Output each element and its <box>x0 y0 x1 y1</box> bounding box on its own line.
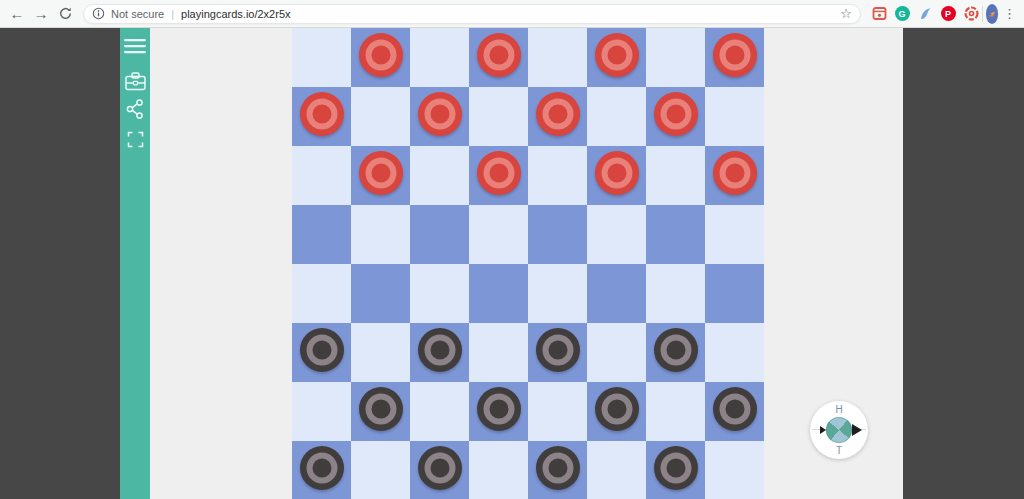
toolbar-divider <box>982 6 983 22</box>
checker-ring <box>306 99 337 130</box>
board-square-r3c8 <box>705 146 764 205</box>
share-button[interactable] <box>120 99 150 119</box>
extensions-area: G P <box>871 6 979 22</box>
board-square-r1c3 <box>410 28 469 87</box>
red-checker-piece[interactable] <box>654 92 698 136</box>
board-square-r3c4 <box>469 146 528 205</box>
back-arrow-icon: ← <box>10 5 25 22</box>
tails-label: T <box>810 445 868 456</box>
red-target-extension-icon[interactable] <box>963 6 979 22</box>
board-square-r3c1 <box>292 146 351 205</box>
black-checker-piece[interactable] <box>418 446 462 490</box>
board-square-r5c6 <box>587 264 646 323</box>
board-square-r7c4 <box>469 382 528 441</box>
board-square-r6c6 <box>587 323 646 382</box>
fullscreen-button[interactable] <box>120 131 150 148</box>
board-square-r5c7 <box>646 264 705 323</box>
red-checker-piece[interactable] <box>359 151 403 195</box>
board-square-r1c5 <box>528 28 587 87</box>
board-square-r6c1 <box>292 323 351 382</box>
board-square-r2c3 <box>410 87 469 146</box>
board-square-r6c2 <box>351 323 410 382</box>
refresh-icon <box>59 7 72 20</box>
black-checker-piece[interactable] <box>654 328 698 372</box>
board-square-r6c7 <box>646 323 705 382</box>
checker-ring <box>365 40 396 71</box>
checker-ring <box>542 335 573 366</box>
black-checker-piece[interactable] <box>418 328 462 372</box>
board-square-r1c2 <box>351 28 410 87</box>
orange-bird-icon <box>986 4 998 24</box>
red-checker-piece[interactable] <box>477 151 521 195</box>
board-square-r2c5 <box>528 87 587 146</box>
board-square-r2c6 <box>587 87 646 146</box>
black-checker-piece[interactable] <box>300 328 344 372</box>
red-checker-piece[interactable] <box>418 92 462 136</box>
back-button[interactable]: ← <box>5 2 29 26</box>
board-square-r1c4 <box>469 28 528 87</box>
hamburger-menu-button[interactable] <box>120 39 150 54</box>
board-square-r4c6 <box>587 205 646 264</box>
refresh-button[interactable] <box>53 2 77 26</box>
board-square-r5c5 <box>528 264 587 323</box>
red-checker-piece[interactable] <box>713 151 757 195</box>
board-square-r4c5 <box>528 205 587 264</box>
board-square-r5c2 <box>351 264 410 323</box>
board-square-r3c6 <box>587 146 646 205</box>
board-square-r6c8 <box>705 323 764 382</box>
browser-menu-icon[interactable]: ⋮ <box>1003 6 1016 21</box>
board-square-r5c8 <box>705 264 764 323</box>
pinterest-letter: P <box>941 6 956 21</box>
checker-ring <box>719 394 750 425</box>
checker-ring <box>542 99 573 130</box>
bookmark-star-icon[interactable]: ☆ <box>840 6 852 21</box>
board-square-r6c3 <box>410 323 469 382</box>
briefcase-icon <box>125 72 146 91</box>
board-square-r7c8 <box>705 382 764 441</box>
red-checker-piece[interactable] <box>595 151 639 195</box>
blue-bird-extension-icon[interactable] <box>917 6 933 22</box>
board-square-r8c6 <box>587 441 646 499</box>
page-background: H T <box>0 28 1024 499</box>
share-icon <box>125 99 145 119</box>
checker-ring <box>424 453 455 484</box>
black-checker-piece[interactable] <box>654 446 698 490</box>
board-square-r6c4 <box>469 323 528 382</box>
board-square-r4c4 <box>469 205 528 264</box>
forward-button[interactable]: → <box>29 2 53 26</box>
board-square-r5c4 <box>469 264 528 323</box>
checker-ring <box>365 394 396 425</box>
checker-ring <box>483 394 514 425</box>
board-square-r7c6 <box>587 382 646 441</box>
board-square-r1c6 <box>587 28 646 87</box>
checker-ring <box>483 158 514 189</box>
board-square-r7c3 <box>410 382 469 441</box>
board-square-r4c2 <box>351 205 410 264</box>
black-checker-piece[interactable] <box>595 387 639 431</box>
checker-ring <box>601 158 632 189</box>
black-checker-piece[interactable] <box>359 387 403 431</box>
black-checker-piece[interactable] <box>477 387 521 431</box>
red-checker-piece[interactable] <box>536 92 580 136</box>
board-square-r6c5 <box>528 323 587 382</box>
checker-ring <box>660 453 691 484</box>
spinner-pointer-arrow-icon <box>852 424 862 436</box>
checker-ring <box>719 40 750 71</box>
forward-arrow-icon: → <box>34 5 49 22</box>
checker-ring <box>365 158 396 189</box>
board-square-r8c8 <box>705 441 764 499</box>
board-square-r8c7 <box>646 441 705 499</box>
board-square-r3c3 <box>410 146 469 205</box>
checker-ring <box>306 335 337 366</box>
red-checker-piece[interactable] <box>359 33 403 77</box>
black-checker-piece[interactable] <box>536 328 580 372</box>
board-square-r7c1 <box>292 382 351 441</box>
checker-ring <box>601 40 632 71</box>
board-square-r2c4 <box>469 87 528 146</box>
red-checker-piece[interactable] <box>477 33 521 77</box>
board-square-r4c1 <box>292 205 351 264</box>
info-circle-icon[interactable] <box>92 7 105 20</box>
board-square-r8c5 <box>528 441 587 499</box>
room-sidebar <box>120 28 150 499</box>
board-square-r1c7 <box>646 28 705 87</box>
checker-ring <box>424 335 455 366</box>
board-square-r1c8 <box>705 28 764 87</box>
board-square-r4c8 <box>705 205 764 264</box>
red-checker-piece[interactable] <box>300 92 344 136</box>
screen: ← → Not secure | playingcards.io/2x2r5x … <box>0 0 1024 499</box>
board-square-r7c2 <box>351 382 410 441</box>
grammarly-letter: G <box>895 6 910 21</box>
board-square-r5c1 <box>292 264 351 323</box>
profile-avatar[interactable] <box>986 4 998 24</box>
checker-ring <box>601 394 632 425</box>
black-checker-piece[interactable] <box>713 387 757 431</box>
red-checker-piece[interactable] <box>713 33 757 77</box>
checker-ring <box>719 158 750 189</box>
board-square-r2c2 <box>351 87 410 146</box>
address-bar[interactable]: Not secure | playingcards.io/2x2r5x ☆ <box>83 4 861 24</box>
briefcase-button[interactable] <box>120 72 150 91</box>
black-checker-piece[interactable] <box>300 446 344 490</box>
board-square-r5c3 <box>410 264 469 323</box>
hamburger-menu-icon <box>124 39 146 54</box>
board-square-r4c3 <box>410 205 469 264</box>
board-square-r8c3 <box>410 441 469 499</box>
checker-ring <box>660 99 691 130</box>
checker-ring <box>424 99 455 130</box>
board-square-r8c1 <box>292 441 351 499</box>
black-checker-piece[interactable] <box>536 446 580 490</box>
board-square-r8c2 <box>351 441 410 499</box>
board-square-r2c7 <box>646 87 705 146</box>
board-square-r3c2 <box>351 146 410 205</box>
url-text: playingcards.io/2x2r5x <box>181 8 840 20</box>
grammarly-extension-icon[interactable]: G <box>894 6 910 22</box>
board-square-r3c5 <box>528 146 587 205</box>
checker-ring <box>306 453 337 484</box>
red-window-extension-icon[interactable] <box>871 6 887 22</box>
red-checker-piece[interactable] <box>595 33 639 77</box>
heads-label: H <box>810 404 868 415</box>
board-square-r7c7 <box>646 382 705 441</box>
checker-ring <box>542 453 573 484</box>
board-square-r2c8 <box>705 87 764 146</box>
browser-toolbar: ← → Not secure | playingcards.io/2x2r5x … <box>0 0 1024 28</box>
checker-ring <box>660 335 691 366</box>
board-square-r1c1 <box>292 28 351 87</box>
board-square-r3c7 <box>646 146 705 205</box>
board-square-r8c4 <box>469 441 528 499</box>
coin-flip-widget[interactable]: H T <box>810 401 868 459</box>
board-square-r4c7 <box>646 205 705 264</box>
checkers-board <box>292 28 764 499</box>
board-square-r2c1 <box>292 87 351 146</box>
url-divider: | <box>171 8 174 20</box>
pinwheel-spinner-icon[interactable] <box>826 417 852 443</box>
checker-ring <box>483 40 514 71</box>
security-label: Not secure <box>111 8 164 20</box>
fullscreen-icon <box>127 131 144 148</box>
board-square-r7c5 <box>528 382 587 441</box>
pinterest-extension-icon[interactable]: P <box>940 6 956 22</box>
